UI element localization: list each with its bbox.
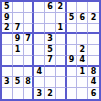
cell-r5c9-empty[interactable] [88, 45, 99, 56]
cell-r2c1-given: 9 [2, 13, 13, 24]
cell-r5c4-empty[interactable] [34, 45, 45, 56]
cell-r1c1-given: 5 [2, 2, 13, 13]
cell-r2c4-empty[interactable] [34, 13, 45, 24]
cell-r9c2-empty[interactable] [13, 88, 24, 99]
cell-r3c1-given: 2 [2, 24, 13, 35]
cell-r6c5-given: 7 [45, 56, 56, 67]
cell-r4c8-empty[interactable] [77, 34, 88, 45]
cell-r7c8-given: 1 [77, 67, 88, 78]
cell-r5c5-given: 5 [45, 45, 56, 56]
cell-r6c8-given: 4 [77, 56, 88, 67]
cell-r7c6-empty[interactable] [56, 67, 67, 78]
cell-r8c9-given: 4 [88, 77, 99, 88]
sudoku-board: 56295622719731527944183584326 [0, 0, 101, 101]
cell-r5c1-empty[interactable] [2, 45, 13, 56]
cell-r5c8-given: 2 [77, 45, 88, 56]
cell-r6c7-given: 9 [67, 56, 78, 67]
cell-r1c3-empty[interactable] [24, 2, 35, 13]
cell-r2c9-given: 2 [88, 13, 99, 24]
cell-r3c2-given: 7 [13, 24, 24, 35]
cell-r3c7-empty[interactable] [67, 24, 78, 35]
cell-r6c3-empty[interactable] [24, 56, 35, 67]
cell-r3c3-empty[interactable] [24, 24, 35, 35]
cell-r9c1-empty[interactable] [2, 88, 13, 99]
cell-r1c9-empty[interactable] [88, 2, 99, 13]
cell-r8c5-empty[interactable] [45, 77, 56, 88]
cell-r1c2-empty[interactable] [13, 2, 24, 13]
cell-r4c7-empty[interactable] [67, 34, 78, 45]
cell-r2c7-given: 5 [67, 13, 78, 24]
cell-r3c4-empty[interactable] [34, 24, 45, 35]
cell-r4c6-empty[interactable] [56, 34, 67, 45]
cell-r1c4-empty[interactable] [34, 2, 45, 13]
cell-r1c7-empty[interactable] [67, 2, 78, 13]
cell-r2c3-empty[interactable] [24, 13, 35, 24]
cell-r5c2-given: 1 [13, 45, 24, 56]
cell-r4c1-empty[interactable] [2, 34, 13, 45]
cell-r5c6-empty[interactable] [56, 45, 67, 56]
cell-r6c9-empty[interactable] [88, 56, 99, 67]
cell-r6c6-empty[interactable] [56, 56, 67, 67]
cell-r9c9-given: 6 [88, 88, 99, 99]
cell-r3c5-empty[interactable] [45, 24, 56, 35]
cell-r7c3-empty[interactable] [24, 67, 35, 78]
cell-r9c5-given: 2 [45, 88, 56, 99]
cell-r8c3-given: 8 [24, 77, 35, 88]
cell-r2c8-given: 6 [77, 13, 88, 24]
cell-r3c8-empty[interactable] [77, 24, 88, 35]
cell-r1c6-given: 2 [56, 2, 67, 13]
cell-r4c5-given: 3 [45, 34, 56, 45]
cell-r9c6-empty[interactable] [56, 88, 67, 99]
cell-r1c5-given: 6 [45, 2, 56, 13]
cell-r7c4-given: 4 [34, 67, 45, 78]
cell-r9c3-empty[interactable] [24, 88, 35, 99]
cell-r8c1-given: 3 [2, 77, 13, 88]
cell-r9c8-empty[interactable] [77, 88, 88, 99]
cell-r2c6-empty[interactable] [56, 13, 67, 24]
cell-r4c9-empty[interactable] [88, 34, 99, 45]
cell-r9c7-empty[interactable] [67, 88, 78, 99]
cell-r4c2-given: 9 [13, 34, 24, 45]
cell-r8c6-empty[interactable] [56, 77, 67, 88]
cell-r2c2-empty[interactable] [13, 13, 24, 24]
cell-r5c3-empty[interactable] [24, 45, 35, 56]
cell-r3c9-empty[interactable] [88, 24, 99, 35]
cell-r4c3-given: 7 [24, 34, 35, 45]
cell-r4c4-empty[interactable] [34, 34, 45, 45]
cell-r7c2-empty[interactable] [13, 67, 24, 78]
cell-r6c2-empty[interactable] [13, 56, 24, 67]
cell-r5c7-empty[interactable] [67, 45, 78, 56]
cell-r6c1-empty[interactable] [2, 56, 13, 67]
cell-r7c7-empty[interactable] [67, 67, 78, 78]
cell-r6c4-empty[interactable] [34, 56, 45, 67]
cell-r9c4-given: 3 [34, 88, 45, 99]
cell-r2c5-empty[interactable] [45, 13, 56, 24]
cell-r3c6-given: 1 [56, 24, 67, 35]
cell-r7c5-empty[interactable] [45, 67, 56, 78]
cell-r8c2-given: 5 [13, 77, 24, 88]
cell-r8c7-empty[interactable] [67, 77, 78, 88]
cell-r7c9-given: 8 [88, 67, 99, 78]
cell-r1c8-empty[interactable] [77, 2, 88, 13]
cell-r7c1-empty[interactable] [2, 67, 13, 78]
cell-r8c8-empty[interactable] [77, 77, 88, 88]
cell-r8c4-empty[interactable] [34, 77, 45, 88]
